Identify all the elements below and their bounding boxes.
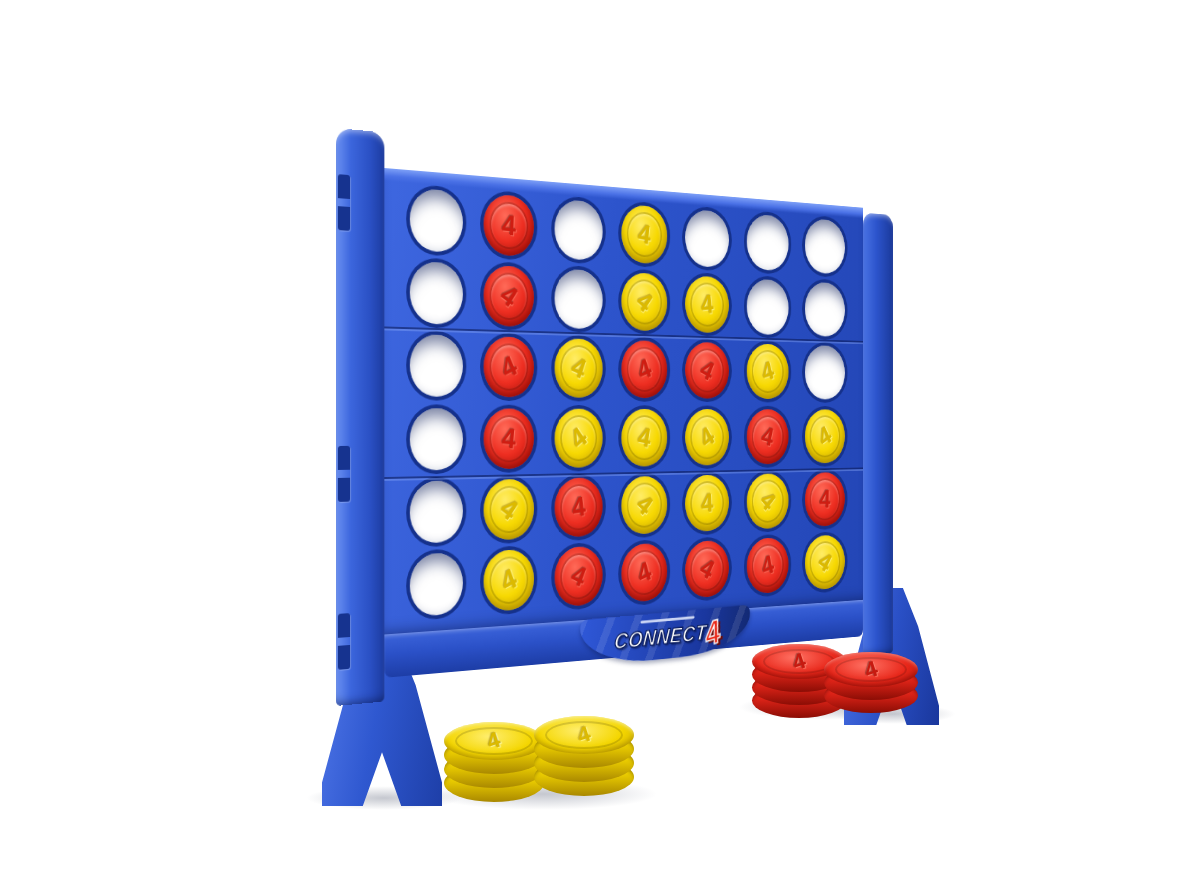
cell-col3-row4[interactable]: 4 (544, 403, 612, 473)
yellow-disc: 4 (621, 272, 667, 331)
cell-col1-row4[interactable] (399, 402, 474, 476)
frame-right-post (863, 213, 892, 656)
disc-number: 4 (543, 398, 612, 478)
post-clip-tab (338, 446, 350, 502)
empty-hole (410, 480, 463, 544)
cell-col4-row1[interactable]: 4 (612, 198, 676, 270)
empty-hole (805, 218, 845, 274)
red-disc: 4 (484, 193, 534, 257)
disc-number: 4 (611, 263, 677, 342)
cell-col3-row3[interactable]: 4 (544, 333, 612, 404)
yellow-disc: 4 (621, 409, 667, 467)
cell-col5-row5[interactable]: 4 (676, 469, 737, 537)
logo-text-connect: CONNECT (613, 620, 707, 655)
cell-col2-row6[interactable]: 4 (473, 543, 544, 618)
red-disc: 4 (484, 265, 534, 327)
cell-col7-row2[interactable] (797, 276, 853, 342)
yellow-disc-stack-2: 4 (534, 716, 634, 796)
cell-col7-row1[interactable] (797, 212, 853, 279)
yellow-disc: 4 (685, 409, 729, 466)
cell-col6-row2[interactable] (738, 273, 797, 340)
disc-number: 4 (737, 463, 798, 538)
empty-hole (685, 209, 729, 268)
red-disc: 4 (805, 472, 845, 527)
red-disc: 4 (746, 409, 788, 464)
empty-hole (554, 199, 602, 261)
disc-number: 4 (797, 400, 853, 472)
cell-col3-row6[interactable]: 4 (544, 540, 612, 613)
yellow-disc: 4 (685, 275, 729, 333)
cell-col7-row3[interactable] (797, 340, 853, 404)
yellow-disc: 4 (746, 344, 788, 400)
yellow-coin: 4 (534, 716, 634, 754)
red-disc: 4 (554, 546, 602, 608)
red-disc: 4 (621, 543, 667, 603)
empty-hole (410, 552, 463, 617)
empty-hole (746, 213, 788, 271)
cell-col3-row2[interactable] (544, 263, 612, 335)
disc-number: 4 (551, 474, 605, 541)
disc-number: 4 (614, 333, 675, 406)
cell-col5-row6[interactable]: 4 (676, 535, 737, 605)
cell-col5-row3[interactable]: 4 (676, 337, 737, 404)
yellow-disc: 4 (484, 479, 534, 541)
cell-col6-row5[interactable]: 4 (738, 468, 797, 535)
disc-number: 4 (742, 404, 793, 469)
disc-number: 4 (683, 275, 731, 335)
cell-col2-row4[interactable]: 4 (473, 403, 544, 475)
empty-hole (805, 345, 845, 399)
empty-hole (410, 261, 463, 325)
disc-number: 4 (740, 338, 794, 406)
red-disc: 4 (746, 537, 788, 594)
board-grid: 4444444444444444444444444444 (384, 168, 863, 634)
cell-col3-row5[interactable]: 4 (544, 472, 612, 544)
disc-number: 4 (684, 473, 730, 533)
disc-number: 4 (615, 536, 674, 610)
disc-number: 4 (796, 527, 853, 599)
cell-col5-row4[interactable]: 4 (676, 404, 737, 471)
red-disc: 4 (554, 477, 602, 537)
disc-number: 4 (741, 532, 793, 600)
red-disc: 4 (685, 342, 729, 399)
yellow-disc: 4 (805, 409, 845, 463)
cell-col6-row6[interactable]: 4 (738, 532, 797, 600)
disc-number: 4 (482, 406, 537, 471)
yellow-disc: 4 (621, 476, 667, 535)
disc-number: 4 (677, 532, 738, 605)
yellow-disc: 4 (805, 535, 845, 591)
yellow-disc: 4 (554, 408, 602, 467)
cell-col1-row1[interactable] (399, 181, 474, 259)
cell-col7-row4[interactable]: 4 (797, 404, 853, 468)
cell-col2-row1[interactable]: 4 (473, 187, 544, 263)
disc-number: 4 (483, 192, 535, 258)
post-clip-tab (338, 613, 350, 670)
cell-col4-row2[interactable]: 4 (612, 266, 676, 336)
red-disc: 4 (621, 340, 667, 398)
yellow-disc: 4 (621, 204, 667, 265)
connect4-board: 4444444444444444444444444444 CONNECT 4 (336, 128, 893, 706)
empty-hole (554, 268, 602, 329)
scene: 4444444444444444444444444444 CONNECT 4 4… (0, 0, 1200, 879)
cell-col6-row4[interactable]: 4 (738, 404, 797, 469)
red-disc: 4 (685, 540, 729, 599)
disc-number: 4 (547, 331, 610, 406)
cell-col4-row4[interactable]: 4 (612, 403, 676, 472)
disc-number: 4 (618, 405, 671, 470)
cell-col1-row5[interactable] (399, 475, 474, 550)
cell-col1-row2[interactable] (399, 255, 474, 331)
board-panel: 4444444444444444444444444444 (384, 168, 863, 634)
yellow-disc: 4 (685, 474, 729, 532)
yellow-disc: 4 (484, 549, 534, 612)
yellow-disc-stack-1: 4 (444, 722, 544, 802)
disc-number: 4 (475, 541, 542, 620)
empty-hole (410, 408, 463, 470)
disc-number: 4 (473, 468, 545, 550)
cell-col4-row3[interactable]: 4 (612, 335, 676, 404)
disc-number: 4 (474, 328, 543, 407)
disc-number: 4 (611, 466, 678, 545)
disc-number: 4 (677, 334, 736, 408)
cell-col2-row3[interactable]: 4 (473, 331, 544, 403)
post-clip-tab (338, 174, 350, 231)
cell-col5-row1[interactable] (676, 203, 737, 273)
cell-col7-row6[interactable]: 4 (797, 530, 853, 596)
cell-col1-row6[interactable] (399, 547, 474, 624)
red-coin: 4 (824, 652, 918, 687)
empty-hole (805, 282, 845, 337)
yellow-disc: 4 (554, 338, 602, 398)
disc-number: 4 (619, 201, 670, 267)
cell-col7-row5[interactable]: 4 (797, 467, 853, 532)
cell-col3-row1[interactable] (544, 192, 612, 266)
disc-number: 4 (676, 399, 738, 475)
yellow-disc: 4 (746, 473, 788, 529)
red-disc: 4 (484, 336, 534, 397)
empty-hole (746, 279, 788, 336)
cell-col6-row3[interactable]: 4 (738, 339, 797, 405)
red-disc: 4 (484, 408, 534, 469)
cell-col4-row5[interactable]: 4 (612, 471, 676, 541)
cell-col5-row2[interactable]: 4 (676, 270, 737, 339)
disc-number: 4 (804, 472, 845, 526)
cell-col2-row2[interactable]: 4 (473, 259, 544, 333)
cell-col1-row3[interactable] (399, 329, 474, 403)
cell-col2-row5[interactable]: 4 (473, 473, 544, 546)
empty-hole (410, 187, 463, 252)
frame-left-post (336, 128, 384, 706)
logo-text-four: 4 (703, 617, 722, 650)
disc-number: 4 (473, 255, 545, 337)
red-disc-stack-2: 4 (824, 652, 918, 713)
cell-col6-row1[interactable] (738, 208, 797, 277)
disc-number: 4 (546, 539, 611, 614)
yellow-coin: 4 (444, 722, 544, 760)
cell-col4-row6[interactable]: 4 (612, 538, 676, 609)
empty-hole (410, 334, 463, 397)
